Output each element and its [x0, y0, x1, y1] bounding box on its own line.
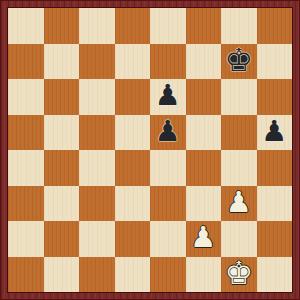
square-f3[interactable] — [186, 186, 222, 222]
square-a5[interactable] — [8, 115, 44, 151]
square-d2[interactable] — [115, 221, 151, 257]
square-h1[interactable] — [257, 257, 293, 293]
square-e4[interactable] — [150, 150, 186, 186]
square-h5[interactable]: ♟ — [257, 115, 293, 151]
square-d4[interactable] — [115, 150, 151, 186]
square-e3[interactable] — [150, 186, 186, 222]
square-e2[interactable] — [150, 221, 186, 257]
square-d5[interactable] — [115, 115, 151, 151]
square-f2[interactable]: ♟ — [186, 221, 222, 257]
square-b1[interactable] — [44, 257, 80, 293]
square-a6[interactable] — [8, 79, 44, 115]
square-c6[interactable] — [79, 79, 115, 115]
square-a3[interactable] — [8, 186, 44, 222]
square-g7[interactable]: ♚ — [221, 44, 257, 80]
square-g2[interactable] — [221, 221, 257, 257]
square-a2[interactable] — [8, 221, 44, 257]
square-d7[interactable] — [115, 44, 151, 80]
square-c8[interactable] — [79, 8, 115, 44]
square-g4[interactable] — [221, 150, 257, 186]
white-pawn-f2[interactable]: ♟ — [190, 223, 216, 252]
square-h7[interactable] — [257, 44, 293, 80]
square-c4[interactable] — [79, 150, 115, 186]
square-h4[interactable] — [257, 150, 293, 186]
square-g8[interactable] — [221, 8, 257, 44]
square-d1[interactable] — [115, 257, 151, 293]
white-king-g1[interactable]: ♚ — [224, 257, 253, 289]
square-g3[interactable]: ♟ — [221, 186, 257, 222]
square-d3[interactable] — [115, 186, 151, 222]
square-a1[interactable] — [8, 257, 44, 293]
square-g6[interactable] — [221, 79, 257, 115]
square-c1[interactable] — [79, 257, 115, 293]
square-c3[interactable] — [79, 186, 115, 222]
square-b8[interactable] — [44, 8, 80, 44]
board-frame: ♚♟♟♟♟♟♚ — [0, 0, 300, 300]
square-c2[interactable] — [79, 221, 115, 257]
square-e8[interactable] — [150, 8, 186, 44]
square-c5[interactable] — [79, 115, 115, 151]
square-d6[interactable] — [115, 79, 151, 115]
white-pawn-g3[interactable]: ♟ — [226, 188, 252, 217]
black-pawn-e6[interactable]: ♟ — [155, 81, 181, 110]
black-pawn-h5[interactable]: ♟ — [261, 117, 287, 146]
square-e7[interactable] — [150, 44, 186, 80]
black-pawn-e5[interactable]: ♟ — [155, 117, 181, 146]
square-f7[interactable] — [186, 44, 222, 80]
square-f5[interactable] — [186, 115, 222, 151]
square-g5[interactable] — [221, 115, 257, 151]
board-inner-border: ♚♟♟♟♟♟♚ — [7, 7, 293, 293]
square-h8[interactable] — [257, 8, 293, 44]
square-g1[interactable]: ♚ — [221, 257, 257, 293]
square-c7[interactable] — [79, 44, 115, 80]
black-king-g7[interactable]: ♚ — [224, 44, 253, 76]
square-b5[interactable] — [44, 115, 80, 151]
square-a4[interactable] — [8, 150, 44, 186]
square-e6[interactable]: ♟ — [150, 79, 186, 115]
square-b2[interactable] — [44, 221, 80, 257]
square-b6[interactable] — [44, 79, 80, 115]
square-b3[interactable] — [44, 186, 80, 222]
square-f1[interactable] — [186, 257, 222, 293]
square-f6[interactable] — [186, 79, 222, 115]
square-h3[interactable] — [257, 186, 293, 222]
square-h6[interactable] — [257, 79, 293, 115]
square-b4[interactable] — [44, 150, 80, 186]
square-a8[interactable] — [8, 8, 44, 44]
square-b7[interactable] — [44, 44, 80, 80]
square-d8[interactable] — [115, 8, 151, 44]
square-f4[interactable] — [186, 150, 222, 186]
square-h2[interactable] — [257, 221, 293, 257]
square-a7[interactable] — [8, 44, 44, 80]
square-e1[interactable] — [150, 257, 186, 293]
square-e5[interactable]: ♟ — [150, 115, 186, 151]
chess-board: ♚♟♟♟♟♟♚ — [8, 8, 292, 292]
square-f8[interactable] — [186, 8, 222, 44]
